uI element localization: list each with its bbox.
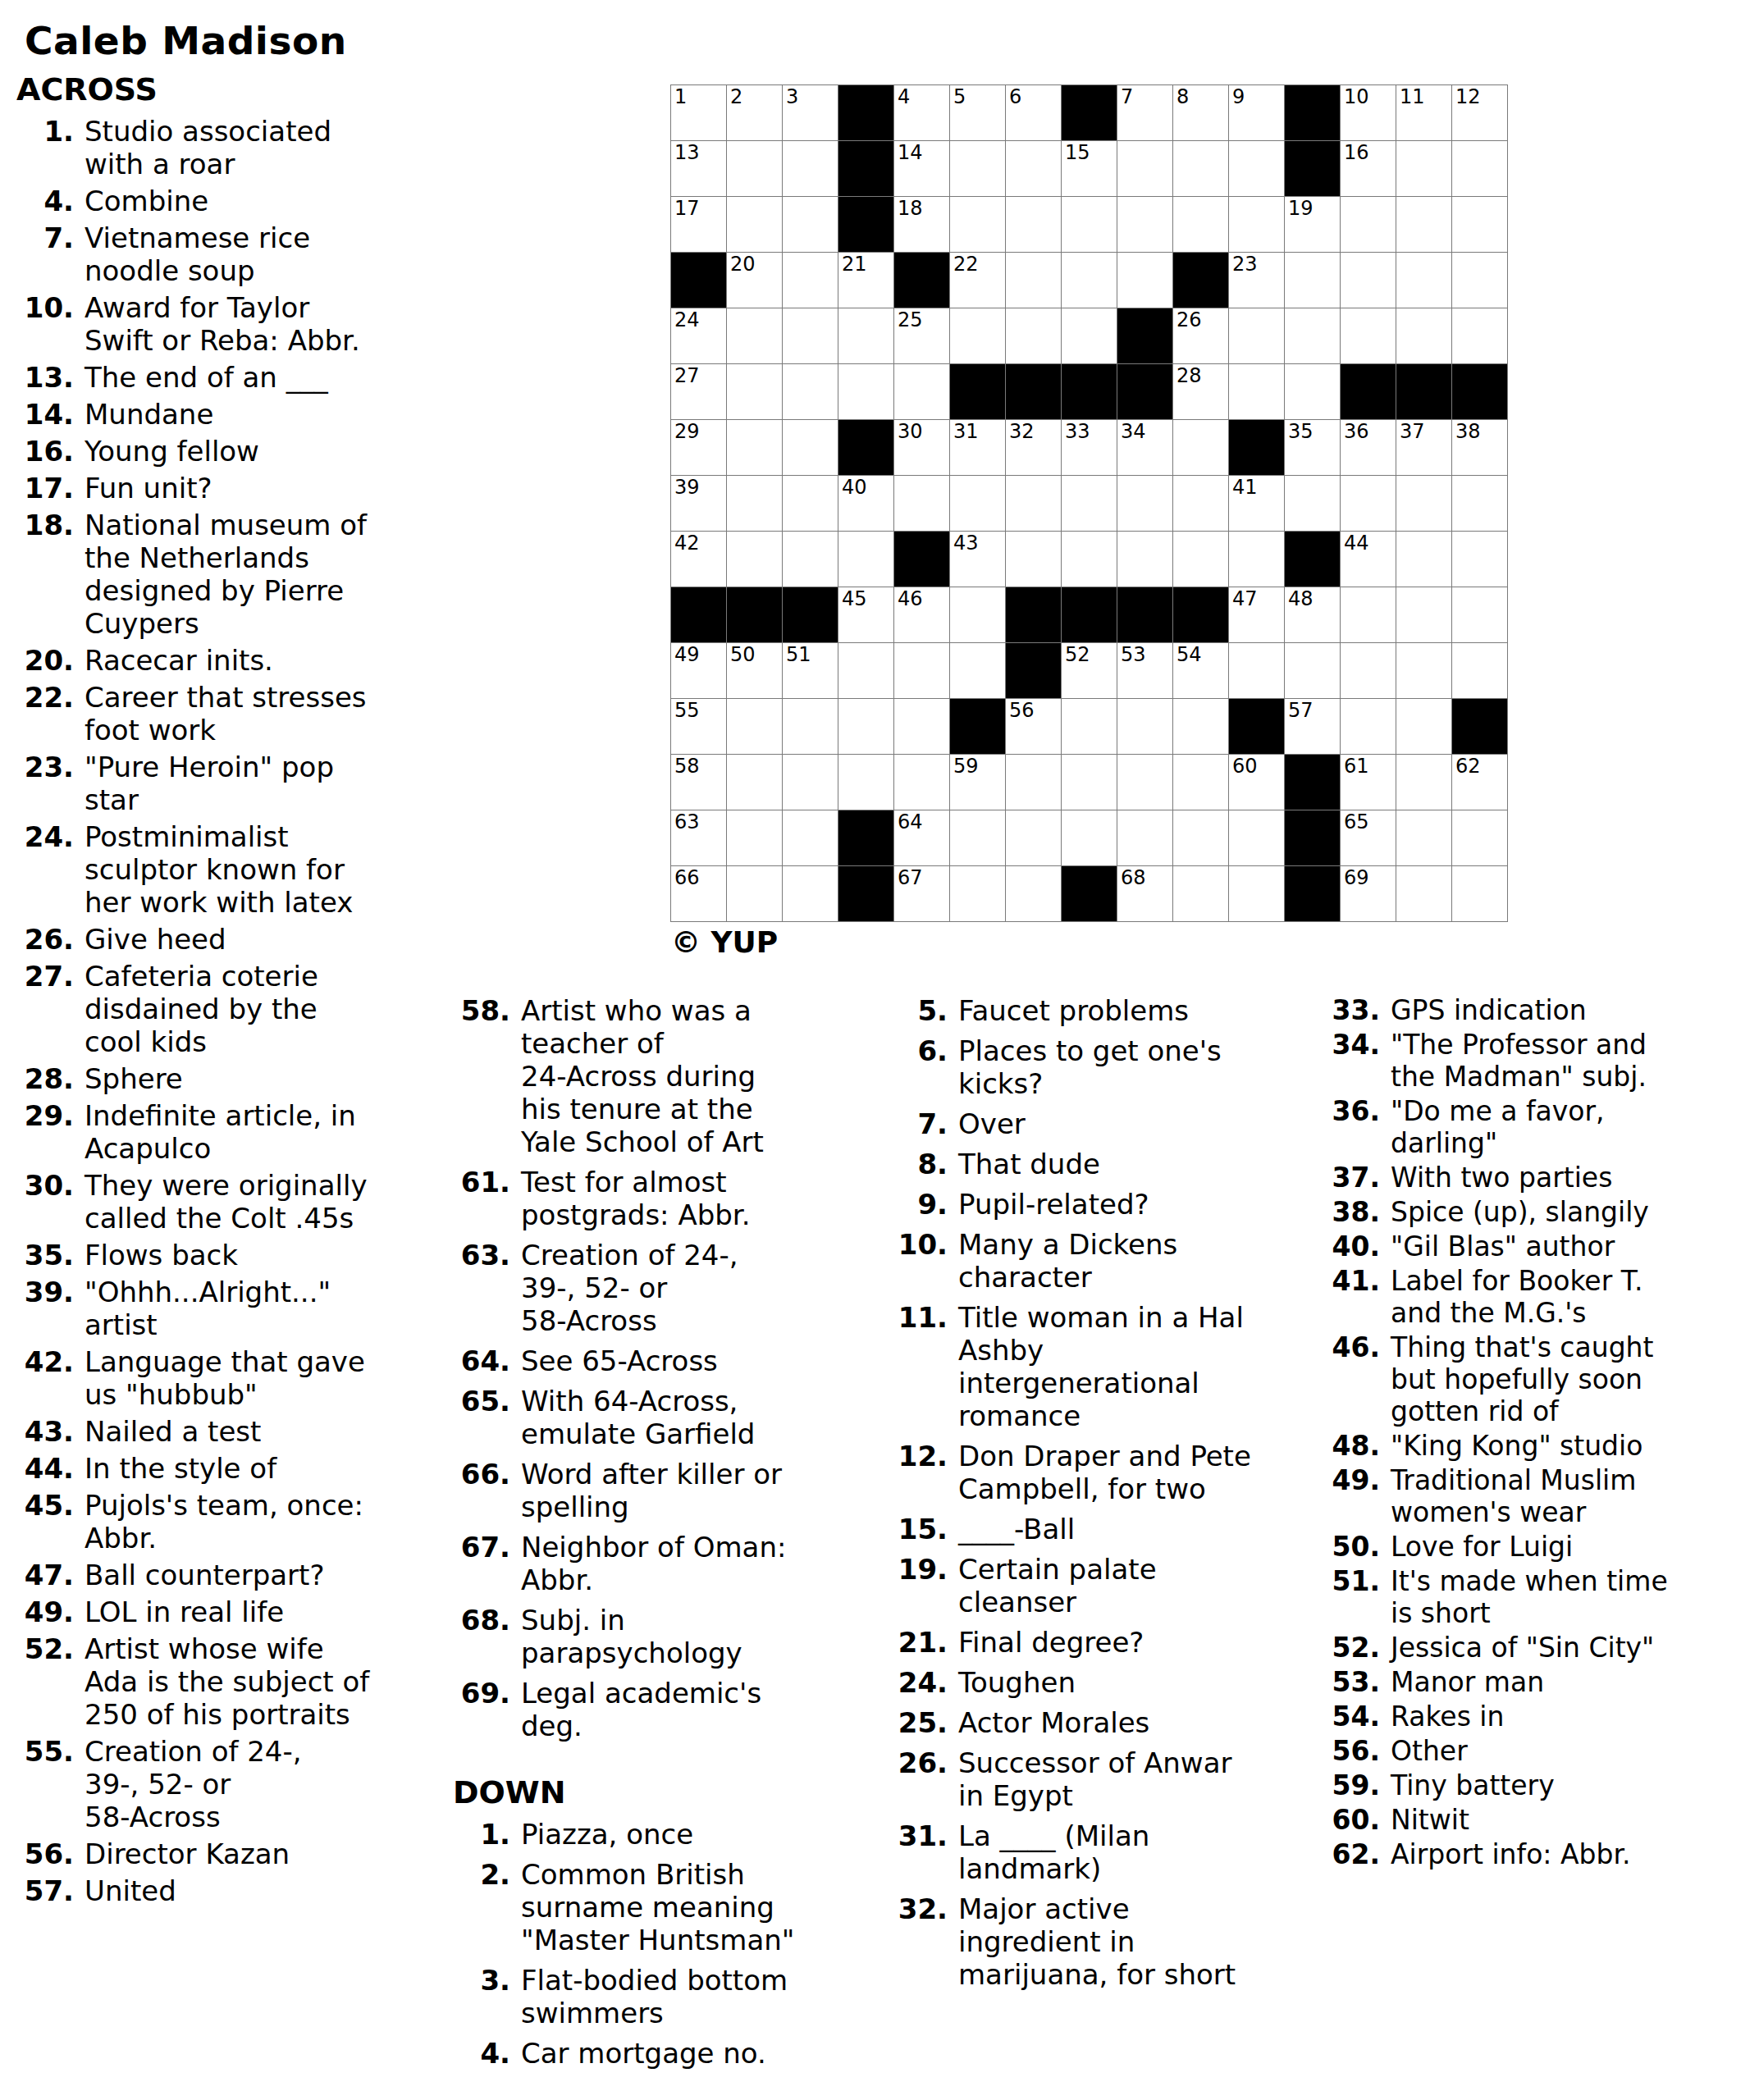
grid-cell[interactable] [727,364,782,419]
grid-cell[interactable] [783,866,838,921]
grid-cell[interactable] [1452,141,1507,196]
grid-cell[interactable]: 17 [671,197,726,252]
grid-cell[interactable] [1062,308,1117,363]
grid-cell[interactable]: 23 [1229,253,1284,308]
grid-cell[interactable] [950,197,1005,252]
grid-cell[interactable] [783,476,838,531]
grid-cell[interactable] [1117,197,1172,252]
grid-cell[interactable]: 39 [671,476,726,531]
grid-cell-black [1117,364,1172,419]
grid-cell[interactable] [1452,587,1507,642]
grid-cell[interactable] [1285,253,1340,308]
grid-cell[interactable] [1285,308,1340,363]
grid-cell[interactable]: 14 [894,141,949,196]
clue-number: 48. [1323,1430,1380,1462]
grid-cell-number: 61 [1344,755,1369,778]
clue-across-49: 49.LOL in real life [16,1596,443,1628]
grid-cell-black [1062,85,1117,140]
grid-cell[interactable]: 69 [1341,866,1396,921]
clue-down-49: 49.Traditional Muslim women's wear [1323,1464,1733,1528]
grid-cell[interactable]: 50 [727,643,782,698]
grid-cell[interactable]: 22 [950,253,1005,308]
grid-cell[interactable]: 26 [1173,308,1228,363]
grid-cell[interactable] [1229,532,1284,587]
grid-cell[interactable] [838,643,893,698]
grid-cell[interactable] [1006,308,1061,363]
grid-cell[interactable] [950,643,1005,698]
clue-number: 14. [16,398,74,431]
grid-cell[interactable]: 16 [1341,141,1396,196]
clue-number: 41. [1323,1265,1380,1297]
clue-number: 56. [1323,1735,1380,1767]
grid-cell[interactable]: 64 [894,810,949,865]
grid-cell-number: 29 [674,420,700,443]
grid-cell[interactable] [1006,866,1061,921]
grid-cell[interactable] [1062,197,1117,252]
grid-cell[interactable] [1285,476,1340,531]
grid-cell-number: 30 [898,420,923,443]
grid-cell[interactable] [727,866,782,921]
clue-number: 37. [1323,1162,1380,1194]
grid-cell[interactable] [1341,253,1396,308]
grid-cell[interactable] [1396,755,1451,810]
clue-down-19: 19.Certain palate cleanser [890,1553,1310,1618]
grid-cell[interactable] [894,699,949,754]
clue-across-55: 55.Creation of 24-, 39-, 52- or 58-Acros… [16,1735,443,1833]
grid-cell[interactable]: 38 [1452,420,1507,475]
clue-down-53: 53.Manor man [1323,1666,1733,1698]
clue-down-8: 8.That dude [890,1148,1310,1180]
clue-down-1: 1.Piazza, once [453,1818,867,1851]
grid-cell[interactable] [1173,141,1228,196]
grid-cell-black [894,532,949,587]
clue-down-40: 40."Gil Blas" author [1323,1230,1733,1262]
grid-cell[interactable]: 49 [671,643,726,698]
clue-down-24: 24.Toughen [890,1666,1310,1699]
grid-cell-number: 53 [1121,643,1146,666]
grid-cell[interactable] [1006,810,1061,865]
grid-cell[interactable] [1341,308,1396,363]
clue-down-5: 5.Faucet problems [890,994,1310,1027]
grid-cell[interactable] [1062,699,1117,754]
grid-cell[interactable]: 42 [671,532,726,587]
grid-cell[interactable] [838,699,893,754]
clue-text: It's made when time is short [1391,1565,1668,1629]
grid-cell[interactable] [1396,699,1451,754]
grid-cell-number: 63 [674,810,700,833]
grid-cell[interactable] [1229,643,1284,698]
grid-cell-number: 1 [674,85,687,108]
grid-cell[interactable] [727,420,782,475]
clue-number: 35. [16,1239,74,1271]
grid-cell[interactable]: 18 [894,197,949,252]
grid-cell[interactable]: 11 [1396,85,1451,140]
grid-cell[interactable] [1396,587,1451,642]
grid-cell[interactable] [1006,476,1061,531]
grid-cell[interactable] [1452,866,1507,921]
grid-cell[interactable] [783,141,838,196]
clue-across-57: 57.United [16,1874,443,1907]
grid-cell[interactable] [1229,364,1284,419]
clue-across-64: 64.See 65-Across [453,1344,867,1377]
grid-cell[interactable] [1229,141,1284,196]
grid-cell[interactable]: 29 [671,420,726,475]
grid-cell[interactable] [1396,866,1451,921]
grid-cell[interactable] [783,532,838,587]
grid-cell[interactable]: 31 [950,420,1005,475]
grid-cell[interactable] [1173,866,1228,921]
grid-cell-number: 20 [730,253,756,276]
grid-cell[interactable] [1396,253,1451,308]
grid-cell[interactable] [1229,197,1284,252]
grid-cell[interactable] [727,810,782,865]
grid-cell[interactable] [1062,532,1117,587]
across-clues-1-57: 1.Studio associated with a roar4.Combine… [16,115,443,1907]
grid-cell[interactable]: 63 [671,810,726,865]
clue-across-39: 39."Ohhh...Alright..." artist [16,1276,443,1341]
grid-cell[interactable] [950,587,1005,642]
clue-text: Test for almost postgrads: Abbr. [521,1166,750,1231]
grid-cell[interactable]: 48 [1285,587,1340,642]
grid-cell[interactable] [1229,308,1284,363]
grid-cell[interactable]: 57 [1285,699,1340,754]
grid-cell[interactable] [1062,755,1117,810]
clue-number: 15. [890,1513,948,1545]
grid-cell-black [838,197,893,252]
grid-cell[interactable]: 24 [671,308,726,363]
grid-cell-number: 66 [674,866,700,889]
grid-cell[interactable]: 30 [894,420,949,475]
grid-cell[interactable] [1452,253,1507,308]
grid-cell[interactable] [1396,532,1451,587]
grid-cell[interactable]: 25 [894,308,949,363]
grid-cell[interactable] [727,755,782,810]
grid-cell-number: 35 [1288,420,1314,443]
grid-cell[interactable] [1006,141,1061,196]
grid-cell[interactable] [894,755,949,810]
clue-text: Jessica of "Sin City" [1391,1632,1654,1664]
grid-cell[interactable] [838,532,893,587]
grid-cell[interactable]: 21 [838,253,893,308]
clue-number: 56. [16,1837,74,1870]
clue-text: With 64-Across, emulate Garfield [521,1385,755,1450]
grid-cell-black [1341,364,1396,419]
grid-cell[interactable] [1117,810,1172,865]
grid-cell[interactable] [783,755,838,810]
grid-cell[interactable] [727,532,782,587]
grid-cell[interactable] [838,755,893,810]
grid-cell[interactable] [1117,532,1172,587]
grid-cell[interactable]: 41 [1229,476,1284,531]
grid-cell[interactable] [1006,532,1061,587]
grid-cell[interactable]: 61 [1341,755,1396,810]
grid-cell[interactable] [1452,810,1507,865]
clue-across-27: 27.Cafeteria coterie disdained by the co… [16,960,443,1058]
grid-cell[interactable] [894,476,949,531]
grid-cell[interactable] [727,699,782,754]
clue-number: 30. [16,1169,74,1202]
grid-cell[interactable]: 60 [1229,755,1284,810]
grid-cell[interactable] [1173,476,1228,531]
clue-text: Don Draper and Pete Campbell, for two [958,1440,1251,1505]
grid-cell[interactable] [727,141,782,196]
clue-text: Car mortgage no. [521,2037,766,2070]
clue-number: 9. [890,1188,948,1221]
grid-cell[interactable] [1117,476,1172,531]
clue-number: 5. [890,994,948,1027]
clue-text: Nailed a test [85,1415,261,1448]
grid-cell[interactable]: 66 [671,866,726,921]
grid-cell[interactable]: 13 [671,141,726,196]
clue-down-31: 31.La ____ (Milan landmark) [890,1819,1310,1885]
clue-text: Tiny battery [1391,1769,1555,1801]
grid-cell-number: 28 [1176,364,1202,387]
clue-text: "Do me a favor, darling" [1391,1095,1605,1159]
grid-cell[interactable]: 7 [1117,85,1172,140]
clue-number: 8. [890,1148,948,1180]
grid-cell[interactable] [783,197,838,252]
grid-cell[interactable] [1452,476,1507,531]
clue-text: Rakes in [1391,1701,1504,1732]
clue-number: 45. [16,1489,74,1522]
clue-text: Airport info: Abbr. [1391,1838,1630,1870]
clue-down-36: 36."Do me a favor, darling" [1323,1095,1733,1159]
grid-cell[interactable] [1285,643,1340,698]
grid-cell[interactable] [1396,197,1451,252]
grid-cell[interactable] [950,308,1005,363]
grid-cell[interactable]: 35 [1285,420,1340,475]
grid-cell-number: 32 [1009,420,1035,443]
grid-cell[interactable] [1006,197,1061,252]
clue-number: 10. [16,291,74,324]
clue-text: Nitwit [1391,1804,1469,1836]
grid-cell[interactable] [1117,253,1172,308]
clue-text: Artist who was a teacher of 24-Across du… [521,994,764,1158]
grid-cell[interactable]: 27 [671,364,726,419]
grid-cell[interactable] [838,364,893,419]
grid-cell-number: 56 [1009,699,1035,722]
grid-cell[interactable] [1006,253,1061,308]
grid-cell[interactable]: 28 [1173,364,1228,419]
clue-across-47: 47.Ball counterpart? [16,1559,443,1591]
grid-cell[interactable]: 6 [1006,85,1061,140]
grid-cell[interactable] [1396,810,1451,865]
grid-cell-number: 40 [842,476,867,499]
clue-text: GPS indication [1391,994,1587,1026]
clue-across-42: 42.Language that gave us "hubbub" [16,1345,443,1411]
clue-number: 58. [453,994,510,1027]
grid-cell[interactable] [1396,476,1451,531]
grid-cell[interactable]: 4 [894,85,949,140]
grid-cell-number: 69 [1344,866,1369,889]
grid-cell[interactable]: 5 [950,85,1005,140]
clue-across-17: 17.Fun unit? [16,472,443,504]
grid-cell[interactable]: 55 [671,699,726,754]
grid-cell-number: 37 [1400,420,1425,443]
grid-cell[interactable]: 33 [1062,420,1117,475]
grid-cell[interactable] [727,197,782,252]
clue-text: Director Kazan [85,1837,290,1870]
grid-cell[interactable] [1341,587,1396,642]
clue-text: United [85,1874,176,1907]
clue-text: "Gil Blas" author [1391,1230,1615,1262]
grid-cell[interactable] [1117,755,1172,810]
grid-cell[interactable]: 47 [1229,587,1284,642]
grid-cell-black [1285,755,1340,810]
clue-number: 47. [16,1559,74,1591]
grid-cell[interactable] [727,308,782,363]
grid-cell[interactable] [950,476,1005,531]
clue-down-7: 7.Over [890,1107,1310,1140]
clue-number: 42. [16,1345,74,1378]
grid-cell[interactable] [1396,141,1451,196]
clue-number: 34. [1323,1029,1380,1061]
grid-cell[interactable] [1117,141,1172,196]
grid-cell[interactable] [783,253,838,308]
grid-cell[interactable]: 2 [727,85,782,140]
grid-cell[interactable]: 54 [1173,643,1228,698]
grid-cell[interactable] [1396,308,1451,363]
grid-cell[interactable] [1117,699,1172,754]
grid-cell[interactable]: 56 [1006,699,1061,754]
clue-across-58: 58.Artist who was a teacher of 24-Across… [453,994,867,1158]
grid-cell[interactable] [1173,532,1228,587]
grid-cell[interactable] [1452,308,1507,363]
grid-cell[interactable] [1341,643,1396,698]
grid-cell[interactable]: 45 [838,587,893,642]
grid-cell[interactable] [1173,197,1228,252]
grid-cell[interactable]: 37 [1396,420,1451,475]
grid-cell[interactable]: 34 [1117,420,1172,475]
grid-cell[interactable]: 36 [1341,420,1396,475]
clue-across-18: 18.National museum of the Netherlands de… [16,509,443,640]
clue-down-59: 59.Tiny battery [1323,1769,1733,1801]
grid-cell[interactable] [783,420,838,475]
grid-cell[interactable]: 12 [1452,85,1507,140]
grid-cell[interactable]: 65 [1341,810,1396,865]
clue-across-28: 28.Sphere [16,1062,443,1095]
clue-number: 33. [1323,994,1380,1026]
grid-cell[interactable] [894,364,949,419]
grid-cell[interactable]: 58 [671,755,726,810]
grid-cell[interactable] [838,308,893,363]
grid-cell[interactable]: 9 [1229,85,1284,140]
clue-down-38: 38.Spice (up), slangily [1323,1196,1733,1228]
grid-cell[interactable]: 15 [1062,141,1117,196]
across-clues-58-69: 58.Artist who was a teacher of 24-Across… [453,994,867,1742]
clue-number: 7. [890,1107,948,1140]
clue-text: Major active ingredient in marijuana, fo… [958,1892,1236,1991]
clue-text: Creation of 24-, 39-, 52- or 58-Across [521,1239,738,1337]
grid-cell[interactable] [783,810,838,865]
clue-across-26: 26.Give heed [16,923,443,956]
grid-cell[interactable] [783,364,838,419]
clue-text: Label for Booker T. and the M.G.'s [1391,1265,1642,1329]
grid-cell[interactable] [1062,253,1117,308]
grid-cell-black [1229,699,1284,754]
grid-cell[interactable] [894,643,949,698]
grid-cell[interactable]: 40 [838,476,893,531]
grid-cell[interactable] [1173,699,1228,754]
grid-cell[interactable] [1341,197,1396,252]
clue-down-26: 26.Successor of Anwar in Egypt [890,1746,1310,1812]
grid-cell[interactable]: 3 [783,85,838,140]
grid-cell-black [894,253,949,308]
grid-cell[interactable]: 52 [1062,643,1117,698]
grid-cell[interactable]: 20 [727,253,782,308]
grid-cell[interactable]: 10 [1341,85,1396,140]
clue-across-35: 35.Flows back [16,1239,443,1271]
grid-cell[interactable] [1341,699,1396,754]
grid-cell[interactable] [1062,810,1117,865]
grid-cell-number: 50 [730,643,756,666]
grid-cell[interactable] [727,476,782,531]
grid-cell[interactable]: 59 [950,755,1005,810]
clue-across-43: 43.Nailed a test [16,1415,443,1448]
clue-text: Combine [85,185,208,217]
clue-down-11: 11.Title woman in a Hal Ashby intergener… [890,1301,1310,1432]
grid-cell[interactable] [1229,866,1284,921]
grid-cell[interactable] [1452,532,1507,587]
grid-cell[interactable]: 44 [1341,532,1396,587]
grid-cell[interactable]: 51 [783,643,838,698]
grid-cell[interactable] [783,699,838,754]
grid-cell[interactable] [1006,755,1061,810]
clue-number: 26. [16,923,74,956]
grid-cell[interactable]: 53 [1117,643,1172,698]
grid-cell[interactable] [1452,197,1507,252]
grid-cell[interactable]: 19 [1285,197,1340,252]
grid-cell[interactable]: 8 [1173,85,1228,140]
grid-cell[interactable] [950,810,1005,865]
grid-cell[interactable]: 1 [671,85,726,140]
grid-cell[interactable] [950,866,1005,921]
clue-text: Pujols's team, once: Abbr. [85,1489,363,1554]
copyright-notice: © YUP [671,925,778,959]
clue-down-6: 6.Places to get one's kicks? [890,1034,1310,1100]
grid-cell[interactable]: 68 [1117,866,1172,921]
clue-across-30: 30.They were originally called the Colt … [16,1169,443,1235]
clue-text: Piazza, once [521,1818,693,1851]
clue-text: La ____ (Milan landmark) [958,1819,1149,1885]
grid-cell[interactable] [1173,755,1228,810]
grid-cell[interactable] [1285,364,1340,419]
down-clue-column-4: 33.GPS indication34."The Professor and t… [1323,994,1733,1873]
grid-cell[interactable] [1452,643,1507,698]
grid-cell[interactable] [1173,420,1228,475]
clue-text: Ball counterpart? [85,1559,324,1591]
grid-cell[interactable] [1229,810,1284,865]
grid-cell[interactable]: 62 [1452,755,1507,810]
grid-cell[interactable] [1341,476,1396,531]
grid-cell-number: 26 [1176,308,1202,331]
grid-cell[interactable]: 32 [1006,420,1061,475]
down-clues-5-32: 5.Faucet problems6.Places to get one's k… [890,994,1310,1991]
grid-cell[interactable]: 67 [894,866,949,921]
grid-cell[interactable] [783,308,838,363]
grid-cell[interactable] [1396,643,1451,698]
clue-text: Legal academic's deg. [521,1677,761,1742]
grid-cell-black [950,364,1005,419]
grid-cell[interactable]: 43 [950,532,1005,587]
grid-cell-black [1285,810,1340,865]
grid-cell[interactable] [1173,810,1228,865]
clue-number: 39. [16,1276,74,1308]
grid-cell[interactable] [1062,476,1117,531]
grid-cell[interactable] [950,141,1005,196]
clue-number: 3. [453,1964,510,1997]
grid-cell[interactable]: 46 [894,587,949,642]
